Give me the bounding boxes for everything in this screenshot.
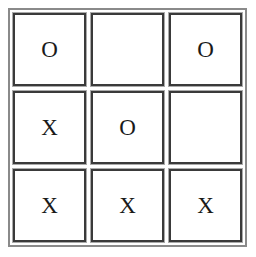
mark-r2c0: X: [41, 194, 58, 217]
mark-r1c0: X: [41, 116, 58, 139]
cell-r0c2[interactable]: O: [169, 13, 242, 86]
cell-r1c0[interactable]: X: [13, 91, 86, 164]
screenshot-canvas: O O X O X X X: [0, 0, 256, 257]
cell-r1c2[interactable]: [169, 91, 242, 164]
cell-r2c2[interactable]: X: [169, 169, 242, 242]
cell-r1c1[interactable]: O: [91, 91, 164, 164]
mark-r1c1: O: [119, 116, 136, 139]
cell-r0c1[interactable]: [91, 13, 164, 86]
mark-r2c2: X: [197, 194, 214, 217]
cell-r0c0[interactable]: O: [13, 13, 86, 86]
mark-r2c1: X: [119, 194, 136, 217]
mark-r0c0: O: [41, 38, 58, 61]
cell-r2c1[interactable]: X: [91, 169, 164, 242]
tic-tac-toe-board: O O X O X X X: [8, 8, 247, 247]
cell-r2c0[interactable]: X: [13, 169, 86, 242]
mark-r0c2: O: [197, 38, 214, 61]
